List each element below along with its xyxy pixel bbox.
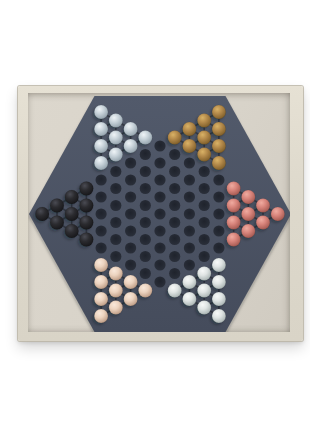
peg-white-c12-r11[interactable] xyxy=(197,284,211,298)
hole-c12-r7[interactable] xyxy=(199,217,210,228)
peg-blush-c5-r12[interactable] xyxy=(94,292,108,306)
hole-c11-r8[interactable] xyxy=(184,242,195,253)
hole-c6-r5[interactable] xyxy=(110,183,121,194)
hole-c6-r8[interactable] xyxy=(110,234,121,245)
peg-blush-c6-r10[interactable] xyxy=(109,267,123,281)
hole-c6-r7[interactable] xyxy=(110,217,121,228)
hole-c7-r3[interactable] xyxy=(125,157,136,168)
peg-gold-c12-r2[interactable] xyxy=(197,131,211,145)
hole-c12-r6[interactable] xyxy=(199,200,210,211)
hole-c11-r7[interactable] xyxy=(184,225,195,236)
peg-white-c11-r10[interactable] xyxy=(183,275,197,289)
peg-white-c13-r10[interactable] xyxy=(212,258,226,272)
peg-pale-blue-c6-r2[interactable] xyxy=(109,131,123,145)
peg-coral-c14-r2[interactable] xyxy=(227,199,241,213)
photo-background xyxy=(0,0,310,430)
hole-c7-r7[interactable] xyxy=(125,225,136,236)
hole-c9-r7[interactable] xyxy=(154,242,165,253)
peg-pale-blue-c7-r1[interactable] xyxy=(124,122,138,136)
peg-black-c3-r2[interactable] xyxy=(65,207,79,221)
peg-gold-c11-r1[interactable] xyxy=(183,122,197,136)
hole-c5-r8[interactable] xyxy=(96,225,107,236)
hole-c8-r6[interactable] xyxy=(140,217,151,228)
peg-black-c4-r4[interactable] xyxy=(80,233,94,247)
box-interior xyxy=(28,93,290,332)
hole-c12-r5[interactable] xyxy=(199,183,210,194)
peg-pale-blue-c5-r3[interactable] xyxy=(94,139,108,153)
peg-coral-c15-r1[interactable] xyxy=(241,190,255,204)
peg-blush-c7-r11[interactable] xyxy=(124,292,138,306)
peg-black-c2-r2[interactable] xyxy=(50,216,64,230)
peg-blush-c5-r13[interactable] xyxy=(94,309,108,323)
hole-c7-r4[interactable] xyxy=(125,174,136,185)
hole-c11-r5[interactable] xyxy=(184,191,195,202)
peg-gold-c11-r2[interactable] xyxy=(183,139,197,153)
hole-c13-r8[interactable] xyxy=(213,225,224,236)
hole-c12-r9[interactable] xyxy=(199,251,210,262)
hole-c10-r8[interactable] xyxy=(169,251,180,262)
peg-gold-c10-r1[interactable] xyxy=(168,131,182,145)
peg-gold-c13-r3[interactable] xyxy=(212,139,226,153)
peg-blush-c6-r12[interactable] xyxy=(109,301,123,315)
hole-c10-r2[interactable] xyxy=(169,149,180,160)
hole-c8-r2[interactable] xyxy=(140,149,151,160)
hole-c11-r3[interactable] xyxy=(184,157,195,168)
hole-c11-r4[interactable] xyxy=(184,174,195,185)
hole-c13-r9[interactable] xyxy=(213,242,224,253)
hole-c7-r5[interactable] xyxy=(125,191,136,202)
hole-c9-r4[interactable] xyxy=(154,191,165,202)
peg-white-c12-r10[interactable] xyxy=(197,267,211,281)
peg-gold-c13-r1[interactable] xyxy=(212,105,226,119)
hole-c10-r6[interactable] xyxy=(169,217,180,228)
hole-c8-r3[interactable] xyxy=(140,166,151,177)
peg-pale-blue-c6-r1[interactable] xyxy=(109,114,123,128)
hole-c6-r4[interactable] xyxy=(110,166,121,177)
peg-coral-c14-r4[interactable] xyxy=(227,233,241,247)
hole-c5-r7[interactable] xyxy=(96,208,107,219)
peg-gold-c12-r3[interactable] xyxy=(197,148,211,162)
hole-c7-r8[interactable] xyxy=(125,242,136,253)
hole-c9-r8[interactable] xyxy=(154,259,165,270)
peg-pale-blue-c7-r2[interactable] xyxy=(124,139,138,153)
hole-c8-r5[interactable] xyxy=(140,200,151,211)
hole-c6-r9[interactable] xyxy=(110,251,121,262)
peg-pale-blue-c5-r2[interactable] xyxy=(94,122,108,136)
board xyxy=(28,93,290,332)
hole-c10-r7[interactable] xyxy=(169,234,180,245)
peg-coral-c16-r2[interactable] xyxy=(256,216,270,230)
hole-c10-r9[interactable] xyxy=(169,268,180,279)
hole-c8-r4[interactable] xyxy=(140,183,151,194)
hole-c7-r6[interactable] xyxy=(125,208,136,219)
peg-blush-c6-r11[interactable] xyxy=(109,284,123,298)
peg-blush-c5-r10[interactable] xyxy=(94,258,108,272)
peg-white-c13-r11[interactable] xyxy=(212,275,226,289)
peg-pale-blue-c8-r1[interactable] xyxy=(138,131,152,145)
hole-c5-r5[interactable] xyxy=(96,174,107,185)
game-box xyxy=(18,86,303,341)
hole-c8-r9[interactable] xyxy=(140,268,151,279)
peg-coral-c16-r1[interactable] xyxy=(256,199,270,213)
hole-c13-r6[interactable] xyxy=(213,191,224,202)
peg-white-c12-r12[interactable] xyxy=(197,301,211,315)
hole-c9-r9[interactable] xyxy=(154,276,165,287)
hole-c8-r8[interactable] xyxy=(140,251,151,262)
peg-coral-c14-r1[interactable] xyxy=(227,182,241,196)
hole-c10-r4[interactable] xyxy=(169,183,180,194)
peg-gold-c12-r1[interactable] xyxy=(197,114,211,128)
peg-gold-c13-r4[interactable] xyxy=(212,156,226,170)
peg-gold-c13-r2[interactable] xyxy=(212,122,226,136)
peg-black-c2-r1[interactable] xyxy=(50,199,64,213)
hole-c11-r9[interactable] xyxy=(184,259,195,270)
peg-blush-c5-r11[interactable] xyxy=(94,275,108,289)
peg-white-c13-r12[interactable] xyxy=(212,292,226,306)
peg-black-c1-r1[interactable] xyxy=(35,207,49,221)
hole-c11-r6[interactable] xyxy=(184,208,195,219)
hole-c9-r3[interactable] xyxy=(154,174,165,185)
peg-black-c4-r2[interactable] xyxy=(80,199,94,213)
peg-coral-c14-r3[interactable] xyxy=(227,216,241,230)
peg-blush-c8-r10[interactable] xyxy=(138,284,152,298)
hole-c9-r2[interactable] xyxy=(154,157,165,168)
peg-coral-c15-r3[interactable] xyxy=(241,224,255,238)
hole-c9-r5[interactable] xyxy=(154,208,165,219)
hole-c10-r5[interactable] xyxy=(169,200,180,211)
peg-white-c13-r13[interactable] xyxy=(212,309,226,323)
hole-c10-r3[interactable] xyxy=(169,166,180,177)
hole-c12-r8[interactable] xyxy=(199,234,210,245)
hole-c12-r4[interactable] xyxy=(199,166,210,177)
peg-white-c10-r10[interactable] xyxy=(168,284,182,298)
peg-pale-blue-c5-r4[interactable] xyxy=(94,156,108,170)
peg-coral-c17-r1[interactable] xyxy=(271,207,285,221)
hole-c7-r9[interactable] xyxy=(125,259,136,270)
hole-c5-r9[interactable] xyxy=(96,242,107,253)
peg-pale-blue-c6-r3[interactable] xyxy=(109,148,123,162)
hole-c9-r6[interactable] xyxy=(154,225,165,236)
peg-black-c3-r1[interactable] xyxy=(65,190,79,204)
hole-c6-r6[interactable] xyxy=(110,200,121,211)
hole-c5-r6[interactable] xyxy=(96,191,107,202)
peg-coral-c15-r2[interactable] xyxy=(241,207,255,221)
peg-pale-blue-c5-r1[interactable] xyxy=(94,105,108,119)
hole-c9-r1[interactable] xyxy=(154,140,165,151)
peg-blush-c7-r10[interactable] xyxy=(124,275,138,289)
peg-black-c3-r3[interactable] xyxy=(65,224,79,238)
peg-black-c4-r1[interactable] xyxy=(80,182,94,196)
peg-white-c11-r11[interactable] xyxy=(183,292,197,306)
peg-black-c4-r3[interactable] xyxy=(80,216,94,230)
hole-c13-r7[interactable] xyxy=(213,208,224,219)
hole-c13-r5[interactable] xyxy=(213,174,224,185)
hole-c8-r7[interactable] xyxy=(140,234,151,245)
